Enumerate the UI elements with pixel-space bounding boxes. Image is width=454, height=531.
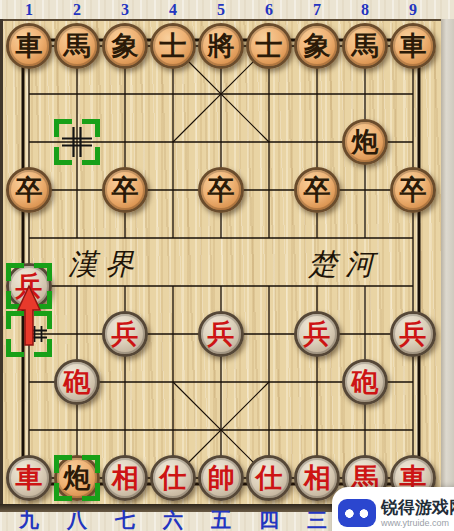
watermark-badge: 锐得游戏网 www.ytruide.com [332, 487, 454, 531]
piece-black-馬-f2r1[interactable]: 馬 [54, 23, 100, 69]
file-label-bottom-6: 四 [249, 509, 289, 531]
top-file-labels: 123456789 [0, 0, 454, 19]
piece-black-士-f6r1[interactable]: 士 [246, 23, 292, 69]
piece-black-卒-f9r4[interactable]: 卒 [390, 167, 436, 213]
file-label-top-9: 9 [393, 0, 433, 19]
file-label-bottom-7: 三 [297, 509, 337, 531]
file-label-bottom-1: 九 [9, 509, 49, 531]
piece-red-車-f1r10[interactable]: 車 [6, 455, 52, 501]
piece-red-兵-f5r7[interactable]: 兵 [198, 311, 244, 357]
file-label-top-1: 1 [9, 0, 49, 19]
piece-black-卒-f5r4[interactable]: 卒 [198, 167, 244, 213]
window-bevel-right [441, 19, 454, 504]
piece-red-兵-f1r6[interactable]: 兵 [6, 263, 52, 309]
piece-red-兵-f7r7[interactable]: 兵 [294, 311, 340, 357]
piece-black-士-f4r1[interactable]: 士 [150, 23, 196, 69]
piece-red-砲-f2r8[interactable]: 砲 [54, 359, 100, 405]
piece-black-車-f1r1[interactable]: 車 [6, 23, 52, 69]
piece-red-相-f3r10[interactable]: 相 [102, 455, 148, 501]
piece-black-將-f5r1[interactable]: 將 [198, 23, 244, 69]
file-label-bottom-5: 五 [201, 509, 241, 531]
gamepad-logo-icon [338, 499, 376, 527]
piece-black-卒-f7r4[interactable]: 卒 [294, 167, 340, 213]
file-label-top-2: 2 [57, 0, 97, 19]
file-label-top-7: 7 [297, 0, 337, 19]
piece-black-炮-f2r10[interactable]: 炮 [54, 455, 100, 501]
piece-black-象-f7r1[interactable]: 象 [294, 23, 340, 69]
file-label-bottom-3: 七 [105, 509, 145, 531]
file-label-top-3: 3 [105, 0, 145, 19]
xiangqi-board-app: 漢界 楚河 車馬象士將士象馬車炮卒卒卒卒卒兵兵兵兵兵砲砲車炮相仕帥仕相馬車 12… [0, 0, 454, 531]
file-label-top-8: 8 [345, 0, 385, 19]
piece-red-帥-f5r10[interactable]: 帥 [198, 455, 244, 501]
file-label-top-5: 5 [201, 0, 241, 19]
file-label-top-6: 6 [249, 0, 289, 19]
watermark-url: www.ytruide.com [381, 519, 454, 528]
piece-grid[interactable]: 車馬象士將士象馬車炮卒卒卒卒卒兵兵兵兵兵砲砲車炮相仕帥仕相馬車 [5, 22, 437, 502]
piece-black-象-f3r1[interactable]: 象 [102, 23, 148, 69]
piece-black-車-f9r1[interactable]: 車 [390, 23, 436, 69]
watermark-title: 锐得游戏网 [381, 499, 454, 516]
piece-red-仕-f6r10[interactable]: 仕 [246, 455, 292, 501]
piece-red-兵-f3r7[interactable]: 兵 [102, 311, 148, 357]
piece-red-砲-f8r8[interactable]: 砲 [342, 359, 388, 405]
piece-black-卒-f3r4[interactable]: 卒 [102, 167, 148, 213]
piece-black-馬-f8r1[interactable]: 馬 [342, 23, 388, 69]
piece-red-仕-f4r10[interactable]: 仕 [150, 455, 196, 501]
file-label-top-4: 4 [153, 0, 193, 19]
file-label-bottom-4: 六 [153, 509, 193, 531]
piece-red-兵-f9r7[interactable]: 兵 [390, 311, 436, 357]
file-label-bottom-2: 八 [57, 509, 97, 531]
piece-black-炮-f8r3[interactable]: 炮 [342, 119, 388, 165]
piece-black-卒-f1r4[interactable]: 卒 [6, 167, 52, 213]
